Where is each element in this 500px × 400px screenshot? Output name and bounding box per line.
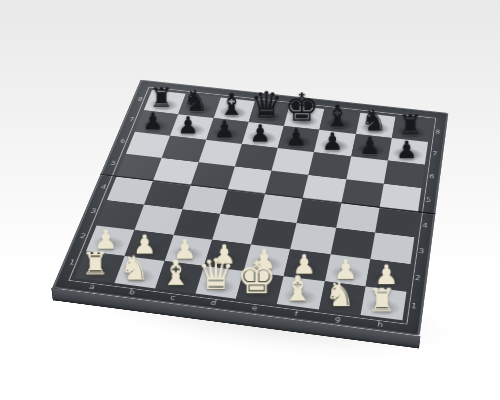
- piece-shadow: [138, 118, 174, 134]
- square-f2: ♟: [284, 249, 330, 281]
- square-h6: [384, 160, 425, 188]
- square-f6: [309, 152, 351, 179]
- square-e2: ♟: [244, 244, 291, 276]
- square-g2: ♟: [324, 254, 370, 286]
- piece-shadow: [89, 234, 129, 254]
- piece-shadow: [327, 263, 366, 284]
- piece-shadow: [280, 286, 320, 308]
- piece-shadow: [317, 137, 352, 154]
- piece-shadow: [128, 239, 168, 259]
- piece-shadow: [244, 129, 279, 146]
- square-e3: [251, 219, 297, 249]
- square-e1: ♚: [236, 271, 284, 304]
- rank-label-1: 1: [406, 292, 422, 322]
- rank-label-6: 6: [425, 165, 439, 190]
- piece-shadow: [251, 108, 286, 124]
- piece-shadow: [287, 258, 326, 279]
- piece-shadow: [390, 146, 425, 163]
- square-h3: [370, 233, 414, 264]
- piece-shadow: [158, 270, 199, 291]
- piece-shadow: [280, 133, 315, 150]
- piece-shadow: [363, 296, 403, 318]
- square-g6: [346, 156, 388, 183]
- rank-label-7: 7: [428, 142, 442, 166]
- piece-shadow: [247, 253, 286, 274]
- chess-board: ♜♞♝♛♚♝♞♜♟♟♟♟♟♟♟♟♟♟♟♟♟♟♟♟♜♞♝♛♚♝♞♜ 8765432…: [52, 80, 448, 336]
- piece-shadow: [146, 97, 181, 113]
- product-photo[interactable]: ♜♞♝♛♚♝♞♜♟♟♟♟♟♟♟♟♟♟♟♟♟♟♟♟♜♞♝♛♚♝♞♜ 8765432…: [0, 0, 500, 400]
- piece-shadow: [208, 125, 244, 142]
- piece-shadow: [78, 260, 119, 281]
- piece-shadow: [181, 101, 216, 117]
- piece-shadow: [239, 280, 279, 302]
- piece-shadow: [173, 122, 209, 138]
- square-f1: ♝: [277, 276, 324, 310]
- board-squares: ♜♞♝♛♚♝♞♜♟♟♟♟♟♟♟♟♟♟♟♟♟♟♟♟♜♞♝♛♚♝♞♜: [75, 90, 431, 320]
- rank-label-3: 3: [414, 238, 429, 266]
- rank-label-5: 5: [421, 188, 435, 214]
- square-h1: ♜: [360, 286, 406, 320]
- rank-label-2: 2: [410, 264, 426, 293]
- rank-label-4: 4: [417, 212, 432, 239]
- rank-label-4: 4: [93, 175, 114, 200]
- piece-shadow: [353, 142, 388, 159]
- piece-shadow: [198, 275, 239, 296]
- piece-shadow: [118, 265, 159, 286]
- piece-shadow: [216, 105, 251, 121]
- piece-shadow: [321, 291, 361, 313]
- piece-shadow: [167, 243, 207, 263]
- piece-shadow: [207, 248, 247, 268]
- scene: ♜♞♝♛♚♝♞♜♟♟♟♟♟♟♟♟♟♟♟♟♟♟♟♟♜♞♝♛♚♝♞♜ 8765432…: [0, 0, 500, 400]
- rank-label-8: 8: [431, 121, 444, 144]
- square-g1: ♞: [318, 281, 365, 315]
- square-h2: ♟: [365, 259, 410, 292]
- piece-shadow: [368, 268, 407, 289]
- piece-shadow: [286, 112, 320, 128]
